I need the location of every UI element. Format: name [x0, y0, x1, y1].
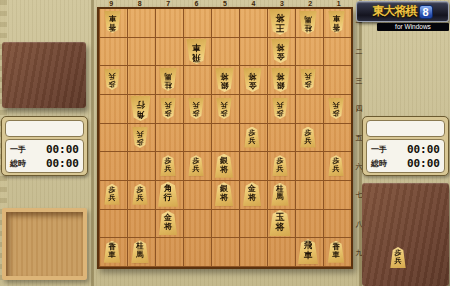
gote-銀将-5三[interactable]: 銀将: [215, 68, 234, 92]
gote-歩兵-5四[interactable]: 歩兵: [216, 98, 232, 119]
koma-kanji: 行: [136, 100, 145, 110]
piece-box: [2, 208, 87, 280]
koma-kanji: 馬: [276, 193, 284, 202]
koma-kanji: 兵: [333, 101, 340, 109]
sente-player-panel: 一手 00:00 総時 00:00: [362, 116, 449, 176]
koma-kanji: 将: [276, 222, 285, 232]
koma-kanji: 将: [276, 72, 284, 81]
gote-total-time-value: 00:00: [46, 157, 79, 170]
gote-total-time-label: 総時: [10, 158, 26, 169]
shogi-app-window: 987654321 一二三四五六七八九 香車王将桂馬香車飛車金将歩兵桂馬銀将金将…: [0, 0, 450, 286]
gote-香車-9一[interactable]: 香車: [104, 11, 121, 33]
koma-kanji: 歩: [333, 109, 340, 117]
gote-move-time-label: 一手: [10, 144, 26, 155]
sente-captured-stand[interactable]: 歩兵: [362, 183, 449, 286]
koma-kanji: 兵: [109, 72, 116, 80]
gote-香車-1一[interactable]: 香車: [328, 11, 345, 33]
koma-kanji: 車: [108, 14, 116, 23]
koma-kanji: 将: [276, 13, 285, 23]
app-logo: 東大将棋 8 for Windows: [356, 1, 449, 31]
sente-桂馬-8九[interactable]: 桂馬: [131, 240, 149, 263]
logo-subtitle: for Windows: [377, 23, 449, 31]
koma-kanji: 将: [248, 193, 256, 202]
koma-kanji: 将: [220, 72, 228, 81]
koma-kanji: 歩: [305, 80, 312, 88]
gote-clock: 一手 00:00 総時 00:00: [5, 139, 84, 173]
koma-kanji: 角: [136, 109, 145, 119]
board-file-labels: 987654321: [97, 0, 353, 7]
koma-kanji: 馬: [304, 15, 312, 24]
sente-桂馬-3七[interactable]: 桂馬: [271, 183, 289, 206]
koma-kanji: 兵: [109, 194, 116, 202]
gote-金将-3二[interactable]: 金将: [271, 39, 290, 63]
gote-player-panel: 一手 00:00 総時 00:00: [1, 116, 88, 176]
koma-kanji: 兵: [193, 165, 200, 173]
gote-銀将-3三[interactable]: 銀将: [271, 68, 290, 92]
koma-kanji: 将: [220, 193, 228, 202]
gote-歩兵-6四[interactable]: 歩兵: [188, 98, 204, 119]
koma-kanji: 馬: [164, 72, 172, 81]
koma-kanji: 兵: [333, 165, 340, 173]
file-label-6: 6: [182, 0, 210, 7]
koma-kanji: 車: [304, 251, 313, 261]
sente-move-time-label: 一手: [371, 144, 387, 155]
koma-kanji: 将: [220, 165, 228, 174]
gote-captured-stand[interactable]: [2, 42, 86, 108]
sente-香車-9九[interactable]: 香車: [104, 241, 121, 263]
shogi-board[interactable]: 香車王将桂馬香車飛車金将歩兵桂馬銀将金将銀将歩兵角行歩兵歩兵歩兵歩兵歩兵歩兵歩兵…: [97, 7, 353, 269]
gote-金将-4三[interactable]: 金将: [243, 68, 262, 92]
gote-歩兵-8五[interactable]: 歩兵: [132, 127, 148, 148]
koma-kanji: 桂: [304, 23, 312, 32]
sente-歩兵-2五[interactable]: 歩兵: [300, 127, 316, 148]
gote-歩兵-3四[interactable]: 歩兵: [272, 98, 288, 119]
sente-銀将-5六[interactable]: 銀将: [215, 154, 234, 178]
koma-kanji: 歩: [277, 109, 284, 117]
koma-kanji: 兵: [305, 72, 312, 80]
gote-飛車-6二[interactable]: 飛車: [186, 39, 207, 64]
koma-kanji: 金: [276, 52, 284, 61]
koma-kanji: 兵: [137, 194, 144, 202]
koma-kanji: 香: [108, 23, 116, 32]
file-label-2: 2: [296, 0, 324, 7]
sente-金将-4七[interactable]: 金将: [243, 182, 262, 206]
sente-角行-7七[interactable]: 角行: [158, 182, 179, 207]
gote-move-time-value: 00:00: [46, 143, 79, 156]
koma-kanji: 行: [164, 193, 173, 203]
gote-角行-8四[interactable]: 角行: [130, 96, 151, 121]
koma-kanji: 車: [192, 43, 201, 53]
sente-clock-move-row: 一手 00:00: [371, 143, 440, 156]
koma-kanji: 将: [164, 222, 172, 231]
tatami-seam-left: [91, 0, 94, 286]
gote-桂馬-7三[interactable]: 桂馬: [159, 68, 177, 91]
koma-kanji: 馬: [136, 251, 144, 260]
koma-kanji: 車: [108, 251, 116, 260]
rank-label-3: 三: [355, 66, 363, 95]
sente-飛車-2九[interactable]: 飛車: [298, 239, 319, 264]
koma-kanji: 兵: [277, 101, 284, 109]
file-label-1: 1: [325, 0, 353, 7]
sente-歩兵-6六[interactable]: 歩兵: [188, 155, 204, 176]
koma-kanji: 歩: [193, 109, 200, 117]
koma-kanji: 桂: [164, 81, 172, 90]
koma-kanji: 兵: [221, 101, 228, 109]
sente-玉将-3八[interactable]: 玉将: [269, 210, 291, 236]
koma-kanji: 王: [276, 23, 285, 33]
sente-銀将-5七[interactable]: 銀将: [215, 182, 234, 206]
koma-kanji: 歩: [221, 109, 228, 117]
koma-kanji: 歩: [165, 109, 172, 117]
logo-plate: 東大将棋 8: [356, 1, 449, 22]
koma-kanji: 兵: [193, 101, 200, 109]
koma-kanji: 歩: [109, 80, 116, 88]
file-label-9: 9: [97, 0, 125, 7]
sente-move-time-value: 00:00: [407, 143, 440, 156]
gote-歩兵-9三[interactable]: 歩兵: [104, 69, 120, 90]
sente-total-time-value: 00:00: [407, 157, 440, 170]
sente-clock: 一手 00:00 総時 00:00: [366, 139, 445, 173]
logo-title: 東大将棋: [373, 3, 417, 20]
sente-歩兵-8七[interactable]: 歩兵: [132, 184, 148, 205]
sente-歩兵[interactable]: 歩兵: [390, 247, 406, 268]
logo-version-badge: 8: [419, 5, 433, 19]
piece-box-interior: [6, 212, 83, 276]
koma-kanji: 飛: [192, 52, 201, 62]
koma-kanji: 兵: [277, 165, 284, 173]
file-label-8: 8: [125, 0, 153, 7]
file-label-4: 4: [239, 0, 267, 7]
gote-桂馬-2一[interactable]: 桂馬: [299, 11, 317, 34]
koma-kanji: 車: [332, 251, 340, 260]
sente-歩兵-9七[interactable]: 歩兵: [104, 184, 120, 205]
gote-歩兵-7四[interactable]: 歩兵: [160, 98, 176, 119]
sente-total-time-label: 総時: [371, 158, 387, 169]
koma-kanji: 兵: [137, 130, 144, 138]
koma-kanji: 兵: [165, 165, 172, 173]
koma-kanji: 銀: [276, 81, 284, 90]
koma-kanji: 銀: [220, 81, 228, 90]
file-label-5: 5: [211, 0, 239, 7]
file-label-7: 7: [154, 0, 182, 7]
gote-clock-move-row: 一手 00:00: [10, 143, 79, 156]
gote-clock-total-row: 総時 00:00: [10, 157, 79, 170]
gote-歩兵-1四[interactable]: 歩兵: [328, 98, 344, 119]
gote-歩兵-2三[interactable]: 歩兵: [300, 69, 316, 90]
file-label-3: 3: [268, 0, 296, 7]
sente-金将-7八[interactable]: 金将: [159, 211, 178, 235]
koma-kanji: 将: [276, 43, 284, 52]
koma-kanji: 車: [332, 14, 340, 23]
sente-歩兵-7六[interactable]: 歩兵: [160, 155, 176, 176]
koma-kanji: 将: [248, 72, 256, 81]
koma-kanji: 金: [248, 81, 256, 90]
sente-歩兵-1六[interactable]: 歩兵: [328, 155, 344, 176]
gote-王将-3一[interactable]: 王将: [269, 9, 291, 35]
sente-香車-1九[interactable]: 香車: [328, 241, 345, 263]
rank-label-2: 二: [355, 38, 363, 67]
koma-kanji: 兵: [305, 137, 312, 145]
sente-clock-total-row: 総時 00:00: [371, 157, 440, 170]
koma-kanji: 兵: [165, 101, 172, 109]
sente-歩兵-3六[interactable]: 歩兵: [272, 155, 288, 176]
koma-kanji: 香: [332, 23, 340, 32]
koma-kanji: 兵: [395, 257, 402, 265]
koma-kanji: 玉: [276, 212, 285, 222]
sente-name-box: [366, 120, 445, 137]
koma-kanji: 兵: [249, 137, 256, 145]
sente-歩兵-4五[interactable]: 歩兵: [244, 127, 260, 148]
gote-name-box: [5, 120, 84, 137]
